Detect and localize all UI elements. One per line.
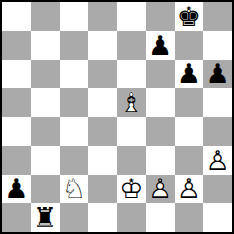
white-pawn-outline: ♙ xyxy=(146,175,175,204)
square-d7[interactable] xyxy=(88,31,117,60)
black-pawn-glyph: ♟ xyxy=(175,60,204,89)
square-b6[interactable] xyxy=(31,60,60,89)
white-king-outline: ♔ xyxy=(117,175,146,204)
square-a7[interactable] xyxy=(2,31,31,60)
square-d6[interactable] xyxy=(88,60,117,89)
square-c5[interactable] xyxy=(60,88,89,117)
square-d1[interactable] xyxy=(88,203,117,232)
square-b7[interactable] xyxy=(31,31,60,60)
square-h4[interactable] xyxy=(203,117,232,146)
square-b2[interactable] xyxy=(31,175,60,204)
square-e8[interactable] xyxy=(117,2,146,31)
square-f7[interactable]: ♟ xyxy=(146,31,175,60)
square-h5[interactable] xyxy=(203,88,232,117)
piece-white-pawn[interactable]: ♟♙ xyxy=(203,146,232,175)
white-pawn-outline: ♙ xyxy=(203,146,232,175)
piece-black-pawn[interactable]: ♟ xyxy=(175,60,204,89)
square-h7[interactable] xyxy=(203,31,232,60)
square-c4[interactable] xyxy=(60,117,89,146)
square-f3[interactable] xyxy=(146,146,175,175)
square-h6[interactable]: ♟ xyxy=(203,60,232,89)
square-b8[interactable] xyxy=(31,2,60,31)
piece-white-pawn[interactable]: ♟♙ xyxy=(146,175,175,204)
square-b4[interactable] xyxy=(31,117,60,146)
square-a5[interactable] xyxy=(2,88,31,117)
white-knight-outline: ♘ xyxy=(60,175,89,204)
piece-black-rook[interactable]: ♜ xyxy=(31,203,60,232)
piece-black-king[interactable]: ♚ xyxy=(175,2,204,31)
chess-board: ♚♟♟♟♝♗♟♙♟♞♘♚♔♟♙♟♙♜ xyxy=(0,0,234,234)
piece-black-pawn[interactable]: ♟ xyxy=(2,175,31,204)
black-pawn-glyph: ♟ xyxy=(203,60,232,89)
square-g2[interactable]: ♟♙ xyxy=(175,175,204,204)
square-a2[interactable]: ♟ xyxy=(2,175,31,204)
square-a3[interactable] xyxy=(2,146,31,175)
square-g7[interactable] xyxy=(175,31,204,60)
square-f6[interactable] xyxy=(146,60,175,89)
square-e4[interactable] xyxy=(117,117,146,146)
square-e5[interactable]: ♝♗ xyxy=(117,88,146,117)
square-e1[interactable] xyxy=(117,203,146,232)
square-f4[interactable] xyxy=(146,117,175,146)
square-g5[interactable] xyxy=(175,88,204,117)
square-e2[interactable]: ♚♔ xyxy=(117,175,146,204)
square-e3[interactable] xyxy=(117,146,146,175)
square-h2[interactable] xyxy=(203,175,232,204)
square-c8[interactable] xyxy=(60,2,89,31)
square-g8[interactable]: ♚ xyxy=(175,2,204,31)
black-king-glyph: ♚ xyxy=(175,2,204,31)
piece-white-pawn[interactable]: ♟♙ xyxy=(175,175,204,204)
piece-white-king[interactable]: ♚♔ xyxy=(117,175,146,204)
piece-black-pawn[interactable]: ♟ xyxy=(146,31,175,60)
piece-white-bishop[interactable]: ♝♗ xyxy=(117,88,146,117)
square-g6[interactable]: ♟ xyxy=(175,60,204,89)
square-d8[interactable] xyxy=(88,2,117,31)
square-d2[interactable] xyxy=(88,175,117,204)
black-rook-glyph: ♜ xyxy=(31,203,60,232)
square-g1[interactable] xyxy=(175,203,204,232)
square-d4[interactable] xyxy=(88,117,117,146)
square-e6[interactable] xyxy=(117,60,146,89)
piece-white-knight[interactable]: ♞♘ xyxy=(60,175,89,204)
square-g4[interactable] xyxy=(175,117,204,146)
square-c6[interactable] xyxy=(60,60,89,89)
square-a1[interactable] xyxy=(2,203,31,232)
black-pawn-glyph: ♟ xyxy=(146,31,175,60)
square-h3[interactable]: ♟♙ xyxy=(203,146,232,175)
square-f2[interactable]: ♟♙ xyxy=(146,175,175,204)
square-b1[interactable]: ♜ xyxy=(31,203,60,232)
square-c3[interactable] xyxy=(60,146,89,175)
square-c2[interactable]: ♞♘ xyxy=(60,175,89,204)
square-c7[interactable] xyxy=(60,31,89,60)
piece-black-pawn[interactable]: ♟ xyxy=(203,60,232,89)
square-d3[interactable] xyxy=(88,146,117,175)
square-g3[interactable] xyxy=(175,146,204,175)
square-a8[interactable] xyxy=(2,2,31,31)
square-h1[interactable] xyxy=(203,203,232,232)
square-f8[interactable] xyxy=(146,2,175,31)
square-e7[interactable] xyxy=(117,31,146,60)
square-a6[interactable] xyxy=(2,60,31,89)
square-d5[interactable] xyxy=(88,88,117,117)
square-b5[interactable] xyxy=(31,88,60,117)
white-bishop-outline: ♗ xyxy=(117,88,146,117)
square-b3[interactable] xyxy=(31,146,60,175)
square-h8[interactable] xyxy=(203,2,232,31)
square-c1[interactable] xyxy=(60,203,89,232)
square-a4[interactable] xyxy=(2,117,31,146)
square-f5[interactable] xyxy=(146,88,175,117)
white-pawn-outline: ♙ xyxy=(175,175,204,204)
square-f1[interactable] xyxy=(146,203,175,232)
black-pawn-glyph: ♟ xyxy=(2,175,31,204)
page: { "game": "chess", "position": "6k1/5p2/… xyxy=(0,0,234,234)
